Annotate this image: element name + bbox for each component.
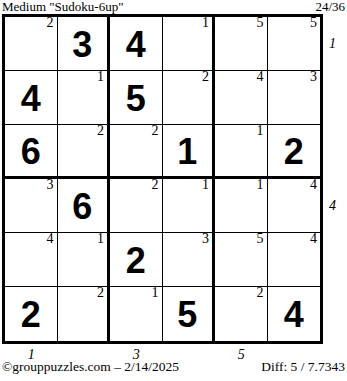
corner-mark: 1	[152, 285, 159, 301]
header: Medium "Sudoku-6up" 24/36	[2, 0, 345, 14]
given-digit: 6	[5, 125, 57, 176]
cell-r5c4[interactable]: 3	[163, 233, 216, 287]
corner-mark: 4	[310, 231, 317, 247]
corner-mark: 2	[97, 285, 104, 301]
col-label-1: 1	[28, 346, 35, 364]
corner-mark: 5	[257, 15, 264, 31]
puzzle-page: Medium "Sudoku-6up" 24/36 23415541524362…	[0, 0, 347, 381]
cell-r1c6[interactable]: 5	[268, 17, 321, 71]
cell-r5c2[interactable]: 1	[58, 233, 111, 287]
given-digit: 2	[268, 125, 321, 176]
footer: ©grouppuzzles.com – 2/14/2025 Diff: 5 / …	[2, 359, 345, 375]
cell-r6c1[interactable]: 2	[5, 287, 58, 341]
cell-r5c3[interactable]: 2	[110, 233, 163, 287]
cell-r1c3[interactable]: 4	[110, 17, 163, 71]
cell-r1c5[interactable]: 5	[215, 17, 268, 71]
cell-r3c4[interactable]: 1	[163, 125, 216, 179]
corner-mark: 2	[257, 285, 264, 301]
col-label-5: 5	[238, 346, 245, 364]
corner-mark: 3	[47, 177, 54, 193]
cell-r3c6[interactable]: 2	[268, 125, 321, 179]
cell-r4c1[interactable]: 3	[5, 179, 58, 233]
cell-r2c5[interactable]: 4	[215, 71, 268, 125]
corner-mark: 1	[257, 123, 264, 139]
progress-counter: 24/36	[315, 0, 345, 14]
corner-mark: 2	[152, 177, 159, 193]
corner-mark: 2	[47, 15, 54, 31]
given-digit: 1	[163, 125, 213, 176]
cell-r6c3[interactable]: 1	[110, 287, 163, 341]
given-digit: 6	[58, 179, 108, 232]
col-label-3: 3	[133, 346, 140, 364]
cell-r3c2[interactable]: 2	[58, 125, 111, 179]
corner-mark: 1	[202, 15, 209, 31]
cell-r1c1[interactable]: 2	[5, 17, 58, 71]
given-digit: 4	[268, 287, 321, 341]
given-digit: 4	[5, 71, 57, 124]
cell-r1c2[interactable]: 3	[58, 17, 111, 71]
corner-mark: 2	[97, 123, 104, 139]
cell-r2c6[interactable]: 3	[268, 71, 321, 125]
cell-r6c4[interactable]: 5	[163, 287, 216, 341]
cell-r4c4[interactable]: 1	[163, 179, 216, 233]
corner-mark: 3	[310, 69, 317, 85]
corner-mark: 5	[310, 15, 317, 31]
cell-r6c5[interactable]: 2	[215, 287, 268, 341]
corner-mark: 4	[257, 69, 264, 85]
cell-r5c5[interactable]: 5	[215, 233, 268, 287]
given-digit: 5	[110, 71, 162, 124]
puzzle-title: Medium "Sudoku-6up"	[2, 0, 123, 14]
corner-mark: 4	[310, 177, 317, 193]
corner-mark: 3	[202, 231, 209, 247]
cell-r3c5[interactable]: 1	[215, 125, 268, 179]
cell-r4c3[interactable]: 2	[110, 179, 163, 233]
row-label-1: 1	[329, 35, 336, 53]
corner-mark: 2	[202, 69, 209, 85]
cell-r1c4[interactable]: 1	[163, 17, 216, 71]
given-digit: 3	[58, 17, 108, 70]
given-digit: 2	[110, 233, 162, 286]
cell-r6c6[interactable]: 4	[268, 287, 321, 341]
corner-mark: 4	[47, 231, 54, 247]
given-digit: 4	[110, 17, 162, 70]
cell-r2c1[interactable]: 4	[5, 71, 58, 125]
given-digit: 2	[5, 287, 57, 341]
cell-r3c3[interactable]: 2	[110, 125, 163, 179]
corner-mark: 1	[202, 177, 209, 193]
given-digit: 5	[163, 287, 213, 341]
sudoku-board: 234155415243622112362114412354221524	[2, 14, 323, 344]
cell-r5c1[interactable]: 4	[5, 233, 58, 287]
cell-r4c5[interactable]: 1	[215, 179, 268, 233]
corner-mark: 1	[97, 231, 104, 247]
cell-r2c2[interactable]: 1	[58, 71, 111, 125]
cell-r2c3[interactable]: 5	[110, 71, 163, 125]
corner-mark: 1	[97, 69, 104, 85]
cell-r6c2[interactable]: 2	[58, 287, 111, 341]
corner-mark: 1	[257, 177, 264, 193]
row-label-4: 4	[329, 197, 336, 215]
cell-r3c1[interactable]: 6	[5, 125, 58, 179]
corner-mark: 2	[152, 123, 159, 139]
difficulty-text: Diff: 5 / 7.7343	[261, 359, 345, 375]
cell-r4c6[interactable]: 4	[268, 179, 321, 233]
corner-mark: 5	[257, 231, 264, 247]
cell-r5c6[interactable]: 4	[268, 233, 321, 287]
cell-r4c2[interactable]: 6	[58, 179, 111, 233]
cell-r2c4[interactable]: 2	[163, 71, 216, 125]
